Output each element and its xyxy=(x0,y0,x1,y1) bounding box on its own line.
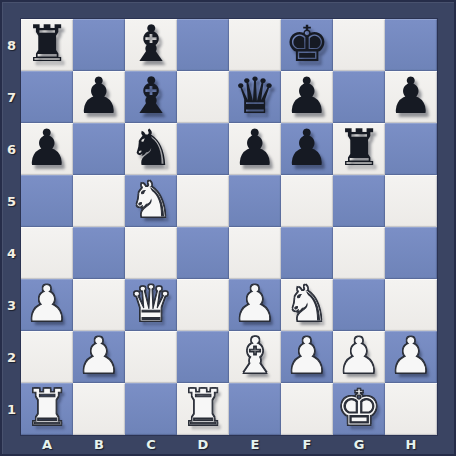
white-knight[interactable]: ♞ xyxy=(129,175,174,225)
square-e8[interactable] xyxy=(229,19,281,71)
black-pawn[interactable]: ♟ xyxy=(233,123,278,173)
square-g7[interactable] xyxy=(333,71,385,123)
black-king[interactable]: ♚ xyxy=(285,19,330,69)
file-labels: ABCDEFGH xyxy=(21,435,437,456)
black-rook[interactable]: ♜ xyxy=(25,19,70,69)
white-knight[interactable]: ♞ xyxy=(285,279,330,329)
square-d7[interactable] xyxy=(177,71,229,123)
square-d6[interactable] xyxy=(177,123,229,175)
square-c8[interactable]: ♝ xyxy=(125,19,177,71)
square-c4[interactable] xyxy=(125,227,177,279)
square-f2[interactable]: ♟ xyxy=(281,331,333,383)
square-e6[interactable]: ♟ xyxy=(229,123,281,175)
file-label: E xyxy=(229,435,281,456)
square-h7[interactable]: ♟ xyxy=(385,71,437,123)
rank-label: 5 xyxy=(2,175,21,227)
white-king[interactable]: ♚ xyxy=(337,383,382,433)
file-label: B xyxy=(73,435,125,456)
square-f1[interactable] xyxy=(281,383,333,435)
square-e3[interactable]: ♟ xyxy=(229,279,281,331)
square-g4[interactable] xyxy=(333,227,385,279)
square-c2[interactable] xyxy=(125,331,177,383)
rank-label: 1 xyxy=(2,383,21,435)
black-bishop[interactable]: ♝ xyxy=(129,19,174,69)
white-pawn[interactable]: ♟ xyxy=(77,331,122,381)
square-a7[interactable] xyxy=(21,71,73,123)
rank-label: 3 xyxy=(2,279,21,331)
square-h8[interactable] xyxy=(385,19,437,71)
white-pawn[interactable]: ♟ xyxy=(337,331,382,381)
square-a6[interactable]: ♟ xyxy=(21,123,73,175)
white-pawn[interactable]: ♟ xyxy=(285,331,330,381)
black-pawn[interactable]: ♟ xyxy=(389,71,434,121)
square-g1[interactable]: ♚ xyxy=(333,383,385,435)
square-d2[interactable] xyxy=(177,331,229,383)
square-f4[interactable] xyxy=(281,227,333,279)
square-h1[interactable] xyxy=(385,383,437,435)
rank-label: 4 xyxy=(2,227,21,279)
square-e7[interactable]: ♛ xyxy=(229,71,281,123)
square-e5[interactable] xyxy=(229,175,281,227)
square-b5[interactable] xyxy=(73,175,125,227)
square-f6[interactable]: ♟ xyxy=(281,123,333,175)
square-d1[interactable]: ♜ xyxy=(177,383,229,435)
white-queen[interactable]: ♛ xyxy=(129,279,174,329)
square-c1[interactable] xyxy=(125,383,177,435)
square-b3[interactable] xyxy=(73,279,125,331)
square-c7[interactable]: ♝ xyxy=(125,71,177,123)
white-pawn[interactable]: ♟ xyxy=(233,279,278,329)
square-a3[interactable]: ♟ xyxy=(21,279,73,331)
square-b7[interactable]: ♟ xyxy=(73,71,125,123)
square-b8[interactable] xyxy=(73,19,125,71)
square-c6[interactable]: ♞ xyxy=(125,123,177,175)
square-b4[interactable] xyxy=(73,227,125,279)
file-label: A xyxy=(21,435,73,456)
square-c5[interactable]: ♞ xyxy=(125,175,177,227)
square-e1[interactable] xyxy=(229,383,281,435)
square-a4[interactable] xyxy=(21,227,73,279)
square-f7[interactable]: ♟ xyxy=(281,71,333,123)
rank-label: 6 xyxy=(2,123,21,175)
rank-labels: 87654321 xyxy=(2,19,21,435)
square-a2[interactable] xyxy=(21,331,73,383)
square-d3[interactable] xyxy=(177,279,229,331)
file-label: G xyxy=(333,435,385,456)
chess-board[interactable]: ♜♝♚♟♝♛♟♟♟♞♟♟♜♞♟♛♟♞♟♝♟♟♟♜♜♚ xyxy=(21,19,437,435)
rank-label: 8 xyxy=(2,19,21,71)
white-pawn[interactable]: ♟ xyxy=(389,331,434,381)
square-g6[interactable]: ♜ xyxy=(333,123,385,175)
square-g3[interactable] xyxy=(333,279,385,331)
square-b1[interactable] xyxy=(73,383,125,435)
square-f3[interactable]: ♞ xyxy=(281,279,333,331)
white-rook[interactable]: ♜ xyxy=(181,383,226,433)
file-label: F xyxy=(281,435,333,456)
square-h3[interactable] xyxy=(385,279,437,331)
file-label: H xyxy=(385,435,437,456)
black-pawn[interactable]: ♟ xyxy=(77,71,122,121)
square-g8[interactable] xyxy=(333,19,385,71)
black-rook[interactable]: ♜ xyxy=(337,123,382,173)
board-frame: 87654321 ♜♝♚♟♝♛♟♟♟♞♟♟♜♞♟♛♟♞♟♝♟♟♟♜♜♚ ABCD… xyxy=(0,0,456,456)
square-b6[interactable] xyxy=(73,123,125,175)
square-h2[interactable]: ♟ xyxy=(385,331,437,383)
file-label: D xyxy=(177,435,229,456)
black-pawn[interactable]: ♟ xyxy=(285,123,330,173)
square-a8[interactable]: ♜ xyxy=(21,19,73,71)
square-b2[interactable]: ♟ xyxy=(73,331,125,383)
square-g2[interactable]: ♟ xyxy=(333,331,385,383)
white-bishop[interactable]: ♝ xyxy=(233,331,278,381)
square-e2[interactable]: ♝ xyxy=(229,331,281,383)
square-f5[interactable] xyxy=(281,175,333,227)
square-c3[interactable]: ♛ xyxy=(125,279,177,331)
black-queen[interactable]: ♛ xyxy=(233,71,278,121)
black-knight[interactable]: ♞ xyxy=(129,123,174,173)
white-rook[interactable]: ♜ xyxy=(25,383,70,433)
square-a5[interactable] xyxy=(21,175,73,227)
square-d4[interactable] xyxy=(177,227,229,279)
rank-label: 2 xyxy=(2,331,21,383)
square-h6[interactable] xyxy=(385,123,437,175)
black-bishop[interactable]: ♝ xyxy=(129,71,174,121)
file-label: C xyxy=(125,435,177,456)
square-e4[interactable] xyxy=(229,227,281,279)
square-h4[interactable] xyxy=(385,227,437,279)
square-d8[interactable] xyxy=(177,19,229,71)
square-g5[interactable] xyxy=(333,175,385,227)
white-pawn[interactable]: ♟ xyxy=(25,279,70,329)
black-pawn[interactable]: ♟ xyxy=(25,123,70,173)
square-h5[interactable] xyxy=(385,175,437,227)
square-a1[interactable]: ♜ xyxy=(21,383,73,435)
black-pawn[interactable]: ♟ xyxy=(285,71,330,121)
rank-label: 7 xyxy=(2,71,21,123)
square-f8[interactable]: ♚ xyxy=(281,19,333,71)
square-d5[interactable] xyxy=(177,175,229,227)
